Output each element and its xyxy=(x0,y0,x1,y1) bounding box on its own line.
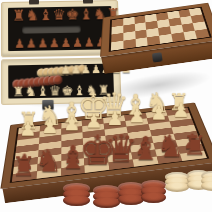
case-piece-dark-bishop: ♝ xyxy=(79,7,93,22)
square-b8: ♞ xyxy=(156,154,182,164)
black-rook-piece: ♜ xyxy=(182,132,206,159)
square-a8: ♜ xyxy=(180,151,207,161)
closed-board-square xyxy=(123,39,135,49)
case-piece-light-pawn: ♟ xyxy=(91,64,101,75)
case-piece-dark-pawn: ♟ xyxy=(60,37,71,49)
stored-dark-majors-row: ♜♞♝♛♚♝♞♜ xyxy=(12,7,108,24)
white-pawn-piece: ♟ xyxy=(172,101,189,120)
dark-checker-disc xyxy=(141,192,166,203)
case-piece-light-bishop: ♝ xyxy=(37,84,49,98)
light-checker-disc xyxy=(201,181,213,191)
light-checker-disc xyxy=(165,182,189,192)
white-pawn-piece: ♟ xyxy=(20,119,37,138)
case-piece-dark-knight: ♞ xyxy=(26,8,40,23)
closed-board-square xyxy=(111,41,123,51)
dark-checker-stack xyxy=(93,185,120,208)
case-piece-dark-pawn: ♟ xyxy=(37,37,48,49)
black-rook-piece: ♜ xyxy=(12,153,36,180)
case-lid-felt: ♜♞♝♛♚♝♞♜ ♟♟♟♟♟♟♟♟ xyxy=(8,6,113,51)
dark-checker-disc xyxy=(63,195,90,206)
white-pawn-piece: ♟ xyxy=(41,117,58,136)
black-knight-piece: ♞ xyxy=(156,131,184,162)
case-hinge-icon xyxy=(29,0,39,4)
case-piece-light-rook: ♜ xyxy=(12,85,24,99)
square-d8: ♛ xyxy=(109,160,134,170)
case-piece-dark-queen: ♛ xyxy=(52,8,66,23)
stored-dark-pawns-row: ♟♟♟♟♟♟♟♟ xyxy=(14,36,106,50)
case-piece-light-knight: ♞ xyxy=(25,85,37,99)
case-piece-light-pawn: ♟ xyxy=(71,64,81,75)
white-pawn-piece: ♟ xyxy=(63,114,80,133)
case-piece-dark-pawn: ♟ xyxy=(26,37,37,49)
closed-board-square xyxy=(135,37,148,47)
case-piece-dark-pawn: ♟ xyxy=(49,37,60,49)
white-pawn-piece: ♟ xyxy=(107,109,124,128)
light-checker-stack xyxy=(201,171,213,191)
dark-checker-stack xyxy=(63,183,90,206)
square-c2: ♟ xyxy=(125,118,148,126)
square-g8: ♞ xyxy=(36,168,60,178)
closed-board-clasp-icon xyxy=(152,52,163,62)
case-piece-dark-pawn: ♟ xyxy=(14,38,25,50)
closed-board-square xyxy=(147,36,160,46)
closed-board-square xyxy=(195,29,210,39)
case-piece-dark-rook: ♜ xyxy=(12,9,26,24)
case-piece-dark-bishop: ♝ xyxy=(39,8,53,23)
case-piece-light-pawn: ♟ xyxy=(81,64,91,75)
square-h8: ♜ xyxy=(12,171,37,182)
case-accessory-slot xyxy=(23,26,81,34)
dark-checker-disc xyxy=(93,197,120,208)
white-pawn-piece: ♟ xyxy=(150,103,167,122)
case-piece-dark-pawn: ♟ xyxy=(72,37,83,49)
case-piece-dark-pawn: ♟ xyxy=(84,36,95,48)
chess-set-product-photo: ♜♞♝♛♚♝♞♜ ♟♟♟♟♟♟♟♟ ♟♟♟♟♟♟♟ ♜♞♝♛♚♝♞♜ xyxy=(0,0,212,212)
square-c8: ♝ xyxy=(132,157,158,167)
white-pawn-piece: ♟ xyxy=(128,106,145,125)
case-piece-dark-king: ♚ xyxy=(66,8,80,23)
light-checker-stack xyxy=(165,172,189,192)
case-hinge-icon xyxy=(83,0,93,4)
dark-checker-stack xyxy=(141,180,166,203)
